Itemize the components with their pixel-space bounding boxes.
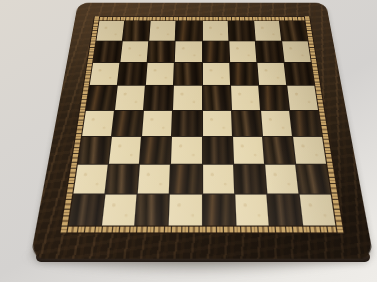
playing-field xyxy=(69,21,336,225)
inlay-strip-bottom xyxy=(59,226,344,234)
square-f1 xyxy=(235,194,269,225)
square-c1 xyxy=(136,194,170,225)
square-e7 xyxy=(202,41,228,62)
chess-board xyxy=(30,3,374,259)
square-d3 xyxy=(171,137,201,164)
square-e4 xyxy=(203,110,232,135)
square-b2 xyxy=(106,164,139,193)
square-b4 xyxy=(112,110,143,135)
board-scene xyxy=(58,0,346,254)
square-h6 xyxy=(285,63,315,85)
square-b1 xyxy=(102,194,137,225)
photo-background-surface xyxy=(0,0,377,282)
square-c4 xyxy=(142,110,172,135)
square-h3 xyxy=(293,137,326,164)
square-g8 xyxy=(254,21,281,41)
square-h4 xyxy=(290,110,322,135)
square-d8 xyxy=(176,21,202,41)
square-f2 xyxy=(234,164,266,193)
square-d5 xyxy=(173,86,201,110)
square-a1 xyxy=(69,194,105,225)
square-b8 xyxy=(123,21,150,41)
square-h1 xyxy=(300,194,336,225)
square-c5 xyxy=(144,86,173,110)
square-d4 xyxy=(172,110,201,135)
square-d6 xyxy=(174,63,201,85)
square-a3 xyxy=(78,137,111,164)
square-e6 xyxy=(202,63,229,85)
square-g4 xyxy=(261,110,292,135)
square-c7 xyxy=(148,41,175,62)
square-f3 xyxy=(233,137,264,164)
square-e3 xyxy=(203,137,233,164)
square-h8 xyxy=(280,21,308,41)
square-g3 xyxy=(263,137,295,164)
square-h7 xyxy=(282,41,311,62)
square-f7 xyxy=(229,41,256,62)
square-g1 xyxy=(267,194,302,225)
square-b5 xyxy=(115,86,145,110)
square-g6 xyxy=(257,63,286,85)
square-c6 xyxy=(146,63,174,85)
square-c8 xyxy=(149,21,175,41)
square-e1 xyxy=(203,194,235,225)
square-e8 xyxy=(202,21,228,41)
square-c3 xyxy=(140,137,171,164)
square-d7 xyxy=(175,41,201,62)
square-f6 xyxy=(230,63,258,85)
square-g5 xyxy=(259,86,289,110)
square-f5 xyxy=(231,86,260,110)
square-a2 xyxy=(73,164,107,193)
square-g2 xyxy=(265,164,298,193)
square-f8 xyxy=(228,21,254,41)
square-a4 xyxy=(82,110,114,135)
square-b7 xyxy=(121,41,149,62)
square-d1 xyxy=(169,194,201,225)
square-c2 xyxy=(138,164,170,193)
square-f4 xyxy=(232,110,262,135)
square-a5 xyxy=(86,86,117,110)
square-d2 xyxy=(170,164,201,193)
square-e2 xyxy=(203,164,234,193)
square-b3 xyxy=(109,137,141,164)
square-e5 xyxy=(202,86,230,110)
square-g7 xyxy=(256,41,284,62)
square-a7 xyxy=(93,41,122,62)
square-h2 xyxy=(296,164,330,193)
square-b6 xyxy=(118,63,147,85)
square-a6 xyxy=(90,63,120,85)
square-h5 xyxy=(287,86,318,110)
square-a8 xyxy=(96,21,124,41)
